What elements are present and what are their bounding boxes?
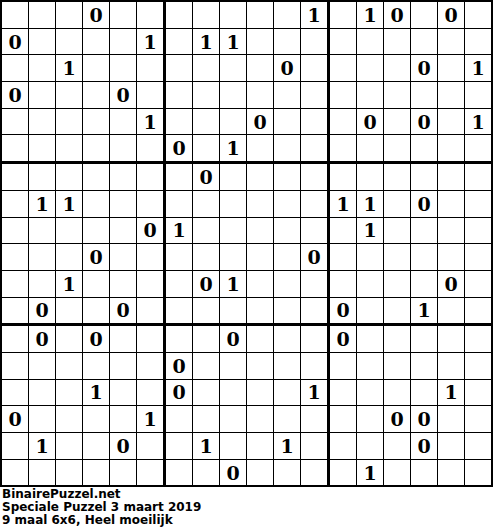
- cell-r9c9[interactable]: [220, 218, 247, 245]
- cell-r4c12[interactable]: [301, 82, 330, 109]
- cell-r8c3: 1: [56, 191, 83, 218]
- cell-r10c10[interactable]: [247, 244, 274, 271]
- cell-r18c13[interactable]: [330, 460, 357, 486]
- cell-r5c11[interactable]: [274, 109, 301, 136]
- cell-r18c1[interactable]: [2, 460, 29, 486]
- cell-r17c10[interactable]: [247, 433, 274, 460]
- cell-r4c10[interactable]: [247, 82, 274, 109]
- cell-r11c11[interactable]: [274, 271, 301, 298]
- cell-r10c17[interactable]: [438, 244, 465, 271]
- cell-r16c7[interactable]: [166, 406, 193, 433]
- cell-r4c8[interactable]: [193, 82, 220, 109]
- cell-r2c17[interactable]: [438, 29, 465, 56]
- cell-r14c6[interactable]: [137, 353, 166, 380]
- cell-r2c2[interactable]: [29, 29, 56, 56]
- cell-r6c18[interactable]: [465, 135, 491, 164]
- cell-r11c5[interactable]: [110, 271, 137, 298]
- cell-r8c1[interactable]: [2, 191, 29, 218]
- cell-r17c6[interactable]: [137, 433, 166, 460]
- cell-r1c13[interactable]: [330, 2, 357, 29]
- cell-r6c12[interactable]: [301, 135, 330, 164]
- cell-r5c4[interactable]: [83, 109, 110, 136]
- cell-r14c10[interactable]: [247, 353, 274, 380]
- cell-r7c4[interactable]: [83, 164, 110, 191]
- cell-r8c8[interactable]: [193, 191, 220, 218]
- cell-r13c16[interactable]: [411, 326, 438, 353]
- cell-r1c7[interactable]: [166, 2, 193, 29]
- cell-r3c14[interactable]: [357, 55, 384, 82]
- cell-r9c8[interactable]: [193, 218, 220, 245]
- cell-r10c4: 0: [83, 244, 110, 271]
- cell-r5c15[interactable]: [384, 109, 411, 136]
- cell-r9c16[interactable]: [411, 218, 438, 245]
- cell-r1c16[interactable]: [411, 2, 438, 29]
- cell-r11c4[interactable]: [83, 271, 110, 298]
- cell-r5c2[interactable]: [29, 109, 56, 136]
- cell-r8c11[interactable]: [274, 191, 301, 218]
- cell-r7c2[interactable]: [29, 164, 56, 191]
- cell-r5c8[interactable]: [193, 109, 220, 136]
- cell-r1c2[interactable]: [29, 2, 56, 29]
- cell-r15c1[interactable]: [2, 380, 29, 407]
- cell-r2c12[interactable]: [301, 29, 330, 56]
- cell-r15c14[interactable]: [357, 380, 384, 407]
- cell-r1c9[interactable]: [220, 2, 247, 29]
- cell-r5c16: 0: [411, 109, 438, 136]
- cell-r5c1[interactable]: [2, 109, 29, 136]
- cell-r16c10[interactable]: [247, 406, 274, 433]
- cell-r12c14[interactable]: [357, 298, 384, 327]
- cell-r15c8[interactable]: [193, 380, 220, 407]
- cell-r10c5[interactable]: [110, 244, 137, 271]
- cell-r11c10[interactable]: [247, 271, 274, 298]
- cell-r12c18[interactable]: [465, 298, 491, 327]
- cell-r1c10[interactable]: [247, 2, 274, 29]
- cell-r15c3[interactable]: [56, 380, 83, 407]
- cell-r17c15[interactable]: [384, 433, 411, 460]
- cell-r8c7[interactable]: [166, 191, 193, 218]
- cell-r4c7[interactable]: [166, 82, 193, 109]
- cell-r2c7[interactable]: [166, 29, 193, 56]
- cell-r5c9[interactable]: [220, 109, 247, 136]
- cell-r4c16[interactable]: [411, 82, 438, 109]
- cell-r13c6[interactable]: [137, 326, 166, 353]
- cell-r15c2[interactable]: [29, 380, 56, 407]
- cell-r10c13[interactable]: [330, 244, 357, 271]
- cell-r5c12[interactable]: [301, 109, 330, 136]
- cell-r17c17[interactable]: [438, 433, 465, 460]
- cell-r2c14[interactable]: [357, 29, 384, 56]
- cell-r12c1[interactable]: [2, 298, 29, 327]
- cell-r11c18[interactable]: [465, 271, 491, 298]
- cell-r14c15[interactable]: [384, 353, 411, 380]
- cell-r14c11[interactable]: [274, 353, 301, 380]
- cell-r4c13[interactable]: [330, 82, 357, 109]
- cell-r12c2: 0: [29, 298, 56, 327]
- cell-r16c5[interactable]: [110, 406, 137, 433]
- cell-r17c4[interactable]: [83, 433, 110, 460]
- cell-r7c10[interactable]: [247, 164, 274, 191]
- cell-r2c8: 1: [193, 29, 220, 56]
- cell-r7c13[interactable]: [330, 164, 357, 191]
- cell-r13c1[interactable]: [2, 326, 29, 353]
- cell-r14c17[interactable]: [438, 353, 465, 380]
- cell-r17c9[interactable]: [220, 433, 247, 460]
- cell-r10c9[interactable]: [220, 244, 247, 271]
- cell-r16c12[interactable]: [301, 406, 330, 433]
- cell-r8c15[interactable]: [384, 191, 411, 218]
- cell-r6c16[interactable]: [411, 135, 438, 164]
- cell-r6c17[interactable]: [438, 135, 465, 164]
- cell-r13c9: 0: [220, 326, 247, 353]
- cell-r4c3[interactable]: [56, 82, 83, 109]
- cell-r15c6[interactable]: [137, 380, 166, 407]
- cell-r2c9: 1: [220, 29, 247, 56]
- cell-r4c9[interactable]: [220, 82, 247, 109]
- cell-r1c5[interactable]: [110, 2, 137, 29]
- cell-r7c16[interactable]: [411, 164, 438, 191]
- cell-r8c18[interactable]: [465, 191, 491, 218]
- cell-r14c5[interactable]: [110, 353, 137, 380]
- cell-r18c12[interactable]: [301, 460, 330, 486]
- cell-r3c9[interactable]: [220, 55, 247, 82]
- cell-r9c15[interactable]: [384, 218, 411, 245]
- cell-r17c12[interactable]: [301, 433, 330, 460]
- cell-r15c16[interactable]: [411, 380, 438, 407]
- cell-r8c2: 1: [29, 191, 56, 218]
- cell-r14c3[interactable]: [56, 353, 83, 380]
- cell-r1c11[interactable]: [274, 2, 301, 29]
- cell-r3c7[interactable]: [166, 55, 193, 82]
- cell-r6c15[interactable]: [384, 135, 411, 164]
- cell-r17c1[interactable]: [2, 433, 29, 460]
- footer-caption: BinairePuzzel.net Speciale Puzzel 3 maar…: [0, 487, 493, 529]
- cell-r3c10[interactable]: [247, 55, 274, 82]
- cell-r5c6: 1: [137, 109, 166, 136]
- cell-r6c11[interactable]: [274, 135, 301, 164]
- cell-r8c9[interactable]: [220, 191, 247, 218]
- binary-puzzle-board: 0110001111001001000101011110011001010000…: [0, 0, 493, 487]
- cell-r3c5[interactable]: [110, 55, 137, 82]
- cell-r13c14[interactable]: [357, 326, 384, 353]
- cell-r14c12[interactable]: [301, 353, 330, 380]
- cell-r14c8[interactable]: [193, 353, 220, 380]
- cell-r3c11: 0: [274, 55, 301, 82]
- cell-r17c2: 1: [29, 433, 56, 460]
- cell-r9c4[interactable]: [83, 218, 110, 245]
- cell-r12c11[interactable]: [274, 298, 301, 327]
- cell-r6c10[interactable]: [247, 135, 274, 164]
- cell-r3c12[interactable]: [301, 55, 330, 82]
- cell-r12c4[interactable]: [83, 298, 110, 327]
- cell-r6c3[interactable]: [56, 135, 83, 164]
- cell-r15c17: 1: [438, 380, 465, 407]
- cell-r8c10[interactable]: [247, 191, 274, 218]
- cell-r8c5[interactable]: [110, 191, 137, 218]
- cell-r7c14[interactable]: [357, 164, 384, 191]
- cell-r13c8[interactable]: [193, 326, 220, 353]
- cell-r6c14[interactable]: [357, 135, 384, 164]
- cell-r8c16: 0: [411, 191, 438, 218]
- cell-r17c18[interactable]: [465, 433, 491, 460]
- cell-r9c3[interactable]: [56, 218, 83, 245]
- cell-r13c2: 0: [29, 326, 56, 353]
- cell-r12c5: 0: [110, 298, 137, 327]
- cell-r7c5[interactable]: [110, 164, 137, 191]
- cell-r1c8[interactable]: [193, 2, 220, 29]
- cell-r5c3[interactable]: [56, 109, 83, 136]
- cell-r10c7[interactable]: [166, 244, 193, 271]
- cell-r11c13[interactable]: [330, 271, 357, 298]
- cell-r8c4[interactable]: [83, 191, 110, 218]
- puzzle-subtitle: 9 maal 6x6, Heel moeilijk: [2, 514, 493, 527]
- cell-r11c8: 0: [193, 271, 220, 298]
- cell-r1c3[interactable]: [56, 2, 83, 29]
- cell-r12c6[interactable]: [137, 298, 166, 327]
- cell-r16c16: 0: [411, 406, 438, 433]
- cell-r11c6[interactable]: [137, 271, 166, 298]
- cell-r4c11[interactable]: [274, 82, 301, 109]
- cell-r17c16: 0: [411, 433, 438, 460]
- cell-r11c7[interactable]: [166, 271, 193, 298]
- cell-r18c8[interactable]: [193, 460, 220, 486]
- cell-r3c3: 1: [56, 55, 83, 82]
- cell-r16c14[interactable]: [357, 406, 384, 433]
- cell-r2c13[interactable]: [330, 29, 357, 56]
- cell-r14c2[interactable]: [29, 353, 56, 380]
- cell-r3c15[interactable]: [384, 55, 411, 82]
- cell-r14c14[interactable]: [357, 353, 384, 380]
- cell-r2c10[interactable]: [247, 29, 274, 56]
- cell-r11c15[interactable]: [384, 271, 411, 298]
- cell-r15c13[interactable]: [330, 380, 357, 407]
- cell-r7c7[interactable]: [166, 164, 193, 191]
- cell-r18c6[interactable]: [137, 460, 166, 486]
- cell-r5c5[interactable]: [110, 109, 137, 136]
- cell-r10c2[interactable]: [29, 244, 56, 271]
- cell-r10c14[interactable]: [357, 244, 384, 271]
- cell-r15c15[interactable]: [384, 380, 411, 407]
- cell-r10c12: 0: [301, 244, 330, 271]
- cell-r7c17[interactable]: [438, 164, 465, 191]
- cell-r13c12[interactable]: [301, 326, 330, 353]
- cell-r9c11[interactable]: [274, 218, 301, 245]
- cell-r7c15[interactable]: [384, 164, 411, 191]
- cell-r18c16[interactable]: [411, 460, 438, 486]
- cell-r12c15[interactable]: [384, 298, 411, 327]
- cell-r17c7[interactable]: [166, 433, 193, 460]
- cell-r12c9[interactable]: [220, 298, 247, 327]
- cell-r14c4[interactable]: [83, 353, 110, 380]
- cell-r4c2[interactable]: [29, 82, 56, 109]
- cell-r5c17[interactable]: [438, 109, 465, 136]
- cell-r9c10[interactable]: [247, 218, 274, 245]
- cell-r16c13[interactable]: [330, 406, 357, 433]
- cell-r9c5[interactable]: [110, 218, 137, 245]
- cell-r17c14[interactable]: [357, 433, 384, 460]
- cell-r13c15[interactable]: [384, 326, 411, 353]
- cell-r9c13[interactable]: [330, 218, 357, 245]
- cell-r18c2[interactable]: [29, 460, 56, 486]
- cell-r12c16: 1: [411, 298, 438, 327]
- cell-r9c1[interactable]: [2, 218, 29, 245]
- cell-r10c1[interactable]: [2, 244, 29, 271]
- cell-r15c18[interactable]: [465, 380, 491, 407]
- cell-r4c14[interactable]: [357, 82, 384, 109]
- cell-r6c1[interactable]: [2, 135, 29, 164]
- cell-r11c17: 0: [438, 271, 465, 298]
- cell-r13c13: 0: [330, 326, 357, 353]
- cell-r2c5[interactable]: [110, 29, 137, 56]
- cell-r18c4[interactable]: [83, 460, 110, 486]
- cell-r17c13[interactable]: [330, 433, 357, 460]
- cell-r11c1[interactable]: [2, 271, 29, 298]
- cell-r2c18[interactable]: [465, 29, 491, 56]
- cell-r3c2[interactable]: [29, 55, 56, 82]
- cell-r13c5[interactable]: [110, 326, 137, 353]
- cell-r12c17[interactable]: [438, 298, 465, 327]
- cell-r4c6[interactable]: [137, 82, 166, 109]
- cell-r13c17[interactable]: [438, 326, 465, 353]
- cell-r5c7[interactable]: [166, 109, 193, 136]
- cell-r18c5[interactable]: [110, 460, 137, 486]
- cell-r15c11[interactable]: [274, 380, 301, 407]
- cell-r6c13[interactable]: [330, 135, 357, 164]
- cell-r1c1[interactable]: [2, 2, 29, 29]
- cell-r14c9[interactable]: [220, 353, 247, 380]
- cell-r3c1[interactable]: [2, 55, 29, 82]
- cell-r10c11[interactable]: [274, 244, 301, 271]
- cell-r7c9[interactable]: [220, 164, 247, 191]
- cell-r2c16[interactable]: [411, 29, 438, 56]
- cell-r9c7: 1: [166, 218, 193, 245]
- cell-r16c8[interactable]: [193, 406, 220, 433]
- cell-r16c3[interactable]: [56, 406, 83, 433]
- cell-r8c6[interactable]: [137, 191, 166, 218]
- cell-r7c1[interactable]: [2, 164, 29, 191]
- cell-r10c18[interactable]: [465, 244, 491, 271]
- cell-r2c4[interactable]: [83, 29, 110, 56]
- cell-r18c3[interactable]: [56, 460, 83, 486]
- cell-r3c4[interactable]: [83, 55, 110, 82]
- cell-r7c6[interactable]: [137, 164, 166, 191]
- cell-r5c13[interactable]: [330, 109, 357, 136]
- cell-r8c17[interactable]: [438, 191, 465, 218]
- cell-r9c18[interactable]: [465, 218, 491, 245]
- cell-r4c18[interactable]: [465, 82, 491, 109]
- cell-r4c17[interactable]: [438, 82, 465, 109]
- cell-r14c1[interactable]: [2, 353, 29, 380]
- cell-r1c18[interactable]: [465, 2, 491, 29]
- cell-r14c13[interactable]: [330, 353, 357, 380]
- cell-r2c3[interactable]: [56, 29, 83, 56]
- cell-r16c17[interactable]: [438, 406, 465, 433]
- cell-r3c13[interactable]: [330, 55, 357, 82]
- cell-r18c15[interactable]: [384, 460, 411, 486]
- cell-r3c8[interactable]: [193, 55, 220, 82]
- cell-r12c10[interactable]: [247, 298, 274, 327]
- cell-r12c12[interactable]: [301, 298, 330, 327]
- cell-r14c16[interactable]: [411, 353, 438, 380]
- cell-r18c10[interactable]: [247, 460, 274, 486]
- cell-r18c11[interactable]: [274, 460, 301, 486]
- cell-r4c4[interactable]: [83, 82, 110, 109]
- cell-r12c7[interactable]: [166, 298, 193, 327]
- cell-r7c12[interactable]: [301, 164, 330, 191]
- cell-r15c4: 1: [83, 380, 110, 407]
- cell-r16c1: 0: [2, 406, 29, 433]
- cell-r13c4: 0: [83, 326, 110, 353]
- cell-r10c6[interactable]: [137, 244, 166, 271]
- cell-r9c12[interactable]: [301, 218, 330, 245]
- cell-r13c7[interactable]: [166, 326, 193, 353]
- cell-r6c9: 1: [220, 135, 247, 164]
- cell-r6c6[interactable]: [137, 135, 166, 164]
- cell-r2c6: 1: [137, 29, 166, 56]
- cell-r3c6[interactable]: [137, 55, 166, 82]
- cell-r7c3[interactable]: [56, 164, 83, 191]
- cell-r13c10[interactable]: [247, 326, 274, 353]
- cell-r6c5[interactable]: [110, 135, 137, 164]
- cell-r2c11[interactable]: [274, 29, 301, 56]
- cell-r2c15[interactable]: [384, 29, 411, 56]
- cell-r1c15: 0: [384, 2, 411, 29]
- cell-r16c9[interactable]: [220, 406, 247, 433]
- cell-r6c4[interactable]: [83, 135, 110, 164]
- cell-r4c1: 0: [2, 82, 29, 109]
- cell-r7c11[interactable]: [274, 164, 301, 191]
- cell-r13c11[interactable]: [274, 326, 301, 353]
- cell-r18c17[interactable]: [438, 460, 465, 486]
- cell-r16c11[interactable]: [274, 406, 301, 433]
- cell-r11c2[interactable]: [29, 271, 56, 298]
- cell-r12c8[interactable]: [193, 298, 220, 327]
- cell-r12c3[interactable]: [56, 298, 83, 327]
- cell-r6c8[interactable]: [193, 135, 220, 164]
- cell-r8c12[interactable]: [301, 191, 330, 218]
- cell-r17c3[interactable]: [56, 433, 83, 460]
- cell-r10c3[interactable]: [56, 244, 83, 271]
- cell-r14c18[interactable]: [465, 353, 491, 380]
- cell-r4c15[interactable]: [384, 82, 411, 109]
- cell-r11c12[interactable]: [301, 271, 330, 298]
- cell-r1c6[interactable]: [137, 2, 166, 29]
- cell-r6c2[interactable]: [29, 135, 56, 164]
- cell-r10c15[interactable]: [384, 244, 411, 271]
- cell-r9c2[interactable]: [29, 218, 56, 245]
- cell-r18c7[interactable]: [166, 460, 193, 486]
- cell-r16c4[interactable]: [83, 406, 110, 433]
- cell-r13c3[interactable]: [56, 326, 83, 353]
- cell-r10c8[interactable]: [193, 244, 220, 271]
- cell-r9c17[interactable]: [438, 218, 465, 245]
- cell-r18c18[interactable]: [465, 460, 491, 486]
- cell-r15c9[interactable]: [220, 380, 247, 407]
- cell-r11c16[interactable]: [411, 271, 438, 298]
- cell-r16c18[interactable]: [465, 406, 491, 433]
- cell-r10c16[interactable]: [411, 244, 438, 271]
- puzzle-page: 0110001111001001000101011110011001010000…: [0, 0, 493, 529]
- cell-r13c18[interactable]: [465, 326, 491, 353]
- cell-r15c10[interactable]: [247, 380, 274, 407]
- cell-r5c18: 1: [465, 109, 491, 136]
- cell-r3c17[interactable]: [438, 55, 465, 82]
- cell-r8c13: 1: [330, 191, 357, 218]
- cell-r7c18[interactable]: [465, 164, 491, 191]
- cell-r11c14[interactable]: [357, 271, 384, 298]
- cell-r16c2[interactable]: [29, 406, 56, 433]
- cell-r15c5[interactable]: [110, 380, 137, 407]
